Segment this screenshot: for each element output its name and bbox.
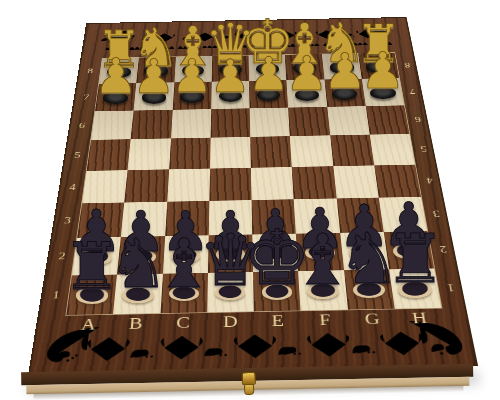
rank-label-6-right: 6 — [404, 105, 432, 134]
square-d4[interactable] — [209, 167, 251, 200]
chessboard-photo: ABCDEFGH8877665544332211 ♜♞♝♛♚♝♞♜♟♟♟♟♟♟♟… — [0, 0, 500, 400]
square-f5[interactable] — [290, 135, 333, 166]
piece-gold-pawn-h7[interactable]: ♟ — [360, 47, 405, 95]
square-e4[interactable] — [251, 167, 294, 200]
file-label-c: C — [159, 311, 207, 335]
square-h6[interactable] — [365, 105, 409, 134]
square-g5[interactable] — [330, 135, 374, 166]
rank-label-5-right: 5 — [409, 133, 438, 164]
rank-label-6-left: 6 — [68, 111, 95, 140]
piece-gold-pawn-e7[interactable]: ♟ — [248, 53, 289, 97]
square-f6[interactable] — [288, 107, 330, 136]
square-c5[interactable] — [169, 138, 211, 169]
square-a5[interactable] — [87, 139, 131, 170]
piece-gold-pawn-a7[interactable]: ♟ — [94, 54, 138, 100]
piece-gold-pawn-d7[interactable]: ♟ — [210, 55, 251, 98]
file-label-a: A — [63, 313, 113, 337]
square-b4[interactable] — [124, 169, 168, 202]
rank-label-5-left: 5 — [63, 140, 91, 171]
box-latch-icon — [239, 372, 260, 399]
square-b6[interactable] — [131, 110, 173, 140]
piece-gold-pawn-b7[interactable]: ♟ — [133, 54, 176, 99]
square-e5[interactable] — [250, 136, 292, 167]
file-label-e: E — [254, 309, 302, 333]
square-b5[interactable] — [128, 138, 171, 169]
piece-dark-rook-a1[interactable]: ♜ — [63, 236, 121, 298]
square-d6[interactable] — [210, 108, 250, 138]
square-e6[interactable] — [250, 107, 290, 136]
square-a6[interactable] — [91, 110, 134, 140]
file-label-f: F — [301, 308, 350, 332]
file-label-b: B — [111, 312, 160, 336]
file-label-g: G — [347, 307, 397, 331]
piece-gold-pawn-f7[interactable]: ♟ — [285, 51, 328, 96]
piece-gold-pawn-c7[interactable]: ♟ — [171, 55, 212, 99]
file-label-h: H — [394, 306, 445, 329]
square-c6[interactable] — [171, 109, 211, 139]
file-label-d: D — [207, 310, 255, 334]
square-c4[interactable] — [167, 168, 210, 201]
square-g6[interactable] — [327, 106, 370, 135]
latch-hook — [244, 384, 254, 395]
square-d5[interactable] — [210, 137, 251, 168]
piece-gold-pawn-g7[interactable]: ♟ — [323, 49, 367, 95]
square-h5[interactable] — [370, 134, 415, 165]
square-f4[interactable] — [292, 166, 336, 199]
